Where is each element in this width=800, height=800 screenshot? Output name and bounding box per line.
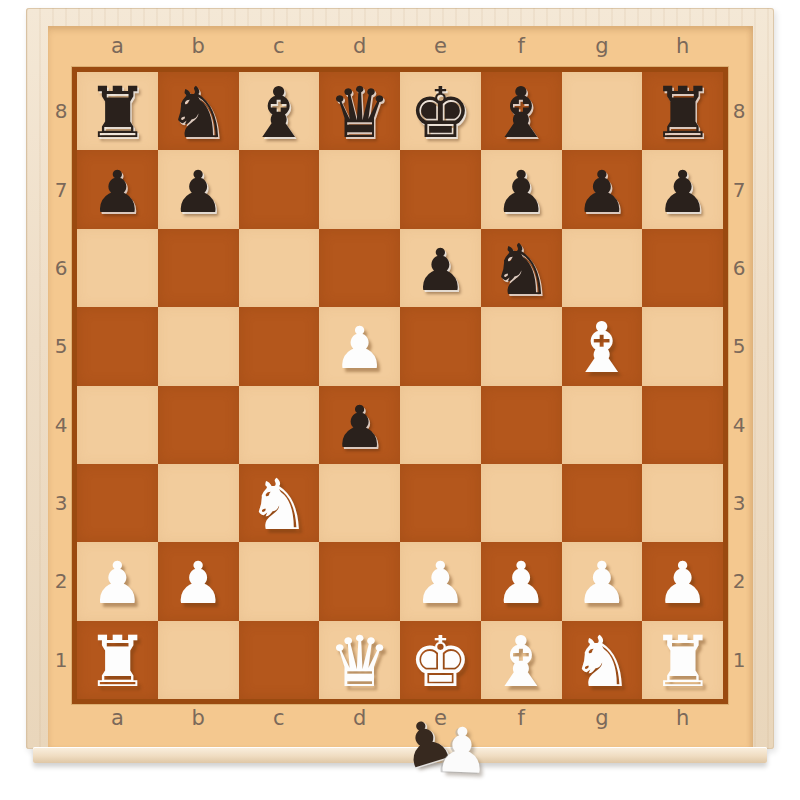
square-f2[interactable]: ♟	[481, 542, 562, 620]
piece-white-pawn-d5[interactable]: ♟	[334, 319, 386, 377]
file-label-b: b	[158, 703, 239, 733]
piece-white-pawn-e2[interactable]: ♟	[414, 554, 466, 612]
tray-white-pawn[interactable]: ♟	[433, 719, 491, 783]
rank-label-5: 5	[48, 307, 74, 385]
square-d3[interactable]	[319, 464, 400, 542]
square-h4[interactable]	[642, 386, 723, 464]
square-d4[interactable]: ♟	[319, 386, 400, 464]
square-b2[interactable]: ♟	[158, 542, 239, 620]
square-d7[interactable]	[319, 150, 400, 228]
piece-white-rook-h1[interactable]: ♜	[651, 627, 714, 697]
file-label-f: f	[481, 33, 562, 59]
piece-black-rook-h8[interactable]: ♜	[651, 78, 714, 148]
rank-labels-left: 87654321	[48, 72, 74, 699]
square-h5[interactable]	[642, 307, 723, 385]
demonstration-chess-board-photo: abcdefgh abcdefgh 87654321 87654321 ♜♞♝♛…	[0, 0, 800, 800]
piece-black-king-e8[interactable]: ♚	[409, 78, 472, 148]
file-label-h: h	[642, 33, 723, 59]
piece-black-queen-d8[interactable]: ♛	[328, 78, 391, 148]
piece-black-bishop-f8[interactable]: ♝	[490, 78, 553, 148]
rank-label-7: 7	[48, 150, 74, 228]
square-e8[interactable]: ♚	[400, 72, 481, 150]
piece-black-pawn-h7[interactable]: ♟	[657, 163, 709, 221]
piece-black-pawn-e6[interactable]: ♟	[414, 241, 466, 299]
square-c4[interactable]	[239, 386, 320, 464]
file-label-a: a	[77, 33, 158, 59]
rank-label-6: 6	[48, 229, 74, 307]
square-f6[interactable]: ♞	[481, 229, 562, 307]
square-d2[interactable]	[319, 542, 400, 620]
piece-white-rook-a1[interactable]: ♜	[86, 627, 149, 697]
square-e7[interactable]	[400, 150, 481, 228]
rank-labels-right: 87654321	[726, 72, 752, 699]
piece-white-bishop-f1[interactable]: ♝	[490, 627, 553, 697]
piece-black-pawn-a7[interactable]: ♟	[91, 163, 143, 221]
spare-piece-tray: ♟ ♟	[392, 706, 512, 800]
rank-label-8: 8	[48, 72, 74, 150]
square-e5[interactable]	[400, 307, 481, 385]
square-b6[interactable]	[158, 229, 239, 307]
rank-label-1: 1	[48, 621, 74, 699]
square-c6[interactable]	[239, 229, 320, 307]
square-a3[interactable]	[77, 464, 158, 542]
square-c2[interactable]	[239, 542, 320, 620]
square-g6[interactable]	[562, 229, 643, 307]
square-g1[interactable]: ♞	[562, 621, 643, 699]
rank-label-7: 7	[726, 150, 752, 228]
file-label-b: b	[158, 33, 239, 59]
square-f4[interactable]	[481, 386, 562, 464]
square-g2[interactable]: ♟	[562, 542, 643, 620]
square-d6[interactable]	[319, 229, 400, 307]
piece-white-pawn-g2[interactable]: ♟	[576, 554, 628, 612]
square-e3[interactable]	[400, 464, 481, 542]
rank-label-4: 4	[726, 386, 752, 464]
square-a7[interactable]: ♟	[77, 150, 158, 228]
square-a6[interactable]	[77, 229, 158, 307]
piece-white-queen-d1[interactable]: ♛	[328, 627, 391, 697]
square-a1[interactable]: ♜	[77, 621, 158, 699]
square-h3[interactable]	[642, 464, 723, 542]
piece-black-knight-f6[interactable]: ♞	[490, 235, 553, 305]
rank-label-3: 3	[48, 464, 74, 542]
piece-black-rook-a8[interactable]: ♜	[86, 78, 149, 148]
file-label-c: c	[239, 33, 320, 59]
square-c7[interactable]	[239, 150, 320, 228]
square-e6[interactable]: ♟	[400, 229, 481, 307]
square-g4[interactable]	[562, 386, 643, 464]
piece-white-bishop-g5[interactable]: ♝	[570, 313, 633, 383]
file-label-d: d	[319, 703, 400, 733]
chess-board-grid: ♜♞♝♛♚♝♜♟♟♟♟♟♟♞♟♝♟♞♟♟♟♟♟♟♜♛♚♝♞♜	[72, 67, 728, 704]
square-h8[interactable]: ♜	[642, 72, 723, 150]
rank-label-2: 2	[726, 542, 752, 620]
square-h1[interactable]: ♜	[642, 621, 723, 699]
piece-white-pawn-f2[interactable]: ♟	[495, 554, 547, 612]
square-b3[interactable]	[158, 464, 239, 542]
square-f1[interactable]: ♝	[481, 621, 562, 699]
square-a5[interactable]	[77, 307, 158, 385]
square-h7[interactable]: ♟	[642, 150, 723, 228]
square-b1[interactable]	[158, 621, 239, 699]
piece-black-pawn-f7[interactable]: ♟	[495, 163, 547, 221]
square-c8[interactable]: ♝	[239, 72, 320, 150]
square-g7[interactable]: ♟	[562, 150, 643, 228]
square-f5[interactable]	[481, 307, 562, 385]
piece-white-pawn-b2[interactable]: ♟	[172, 554, 224, 612]
square-h6[interactable]	[642, 229, 723, 307]
rank-label-1: 1	[726, 621, 752, 699]
rank-label-3: 3	[726, 464, 752, 542]
square-b8[interactable]: ♞	[158, 72, 239, 150]
rank-label-5: 5	[726, 307, 752, 385]
square-c3[interactable]: ♞	[239, 464, 320, 542]
square-g5[interactable]: ♝	[562, 307, 643, 385]
file-label-c: c	[239, 703, 320, 733]
square-g8[interactable]	[562, 72, 643, 150]
square-b5[interactable]	[158, 307, 239, 385]
square-c5[interactable]	[239, 307, 320, 385]
file-labels-top: abcdefgh	[77, 33, 723, 59]
square-f8[interactable]: ♝	[481, 72, 562, 150]
piece-black-knight-b8[interactable]: ♞	[167, 78, 230, 148]
square-a8[interactable]: ♜	[77, 72, 158, 150]
piece-black-pawn-b7[interactable]: ♟	[172, 163, 224, 221]
rank-label-8: 8	[726, 72, 752, 150]
file-label-g: g	[562, 703, 643, 733]
file-label-g: g	[562, 33, 643, 59]
piece-black-bishop-c8[interactable]: ♝	[247, 78, 310, 148]
rank-label-6: 6	[726, 229, 752, 307]
square-e2[interactable]: ♟	[400, 542, 481, 620]
square-a4[interactable]	[77, 386, 158, 464]
square-e1[interactable]: ♚	[400, 621, 481, 699]
square-d8[interactable]: ♛	[319, 72, 400, 150]
rank-label-2: 2	[48, 542, 74, 620]
square-b7[interactable]: ♟	[158, 150, 239, 228]
piece-white-king-e1[interactable]: ♚	[409, 627, 472, 697]
square-g3[interactable]	[562, 464, 643, 542]
rank-label-4: 4	[48, 386, 74, 464]
square-h2[interactable]: ♟	[642, 542, 723, 620]
square-f3[interactable]	[481, 464, 562, 542]
piece-white-pawn-h2[interactable]: ♟	[657, 554, 709, 612]
piece-black-pawn-d4[interactable]: ♟	[334, 398, 386, 456]
square-a2[interactable]: ♟	[77, 542, 158, 620]
square-c1[interactable]	[239, 621, 320, 699]
file-label-d: d	[319, 33, 400, 59]
file-label-e: e	[400, 33, 481, 59]
piece-black-pawn-g7[interactable]: ♟	[576, 163, 628, 221]
piece-white-knight-c3[interactable]: ♞	[247, 470, 310, 540]
file-label-a: a	[77, 703, 158, 733]
piece-white-knight-g1[interactable]: ♞	[570, 627, 633, 697]
square-e4[interactable]	[400, 386, 481, 464]
square-f7[interactable]: ♟	[481, 150, 562, 228]
piece-white-pawn-a2[interactable]: ♟	[91, 554, 143, 612]
file-label-h: h	[642, 703, 723, 733]
square-b4[interactable]	[158, 386, 239, 464]
square-d5[interactable]: ♟	[319, 307, 400, 385]
square-d1[interactable]: ♛	[319, 621, 400, 699]
